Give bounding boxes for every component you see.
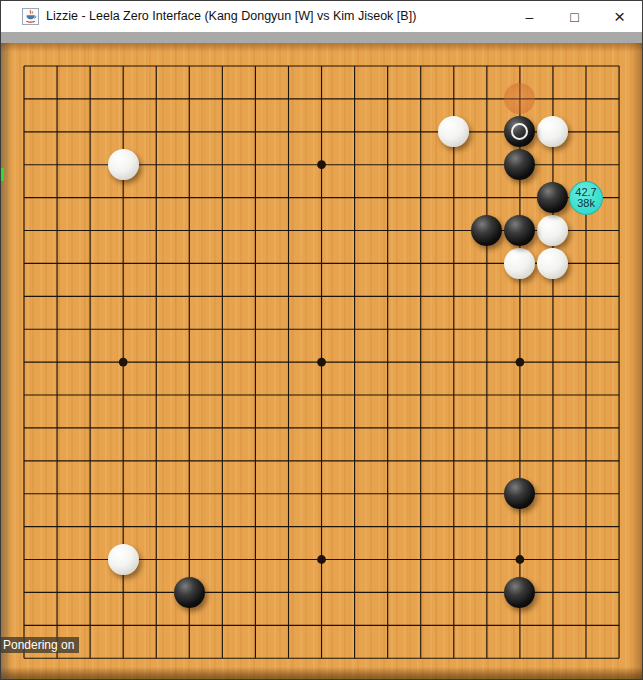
green-edge-artifact bbox=[1, 168, 4, 181]
window-title: Lizzie - Leela Zero Interface (Kang Dong… bbox=[46, 1, 416, 32]
title-bar[interactable]: Lizzie - Leela Zero Interface (Kang Dong… bbox=[1, 1, 642, 32]
star-point bbox=[119, 358, 128, 367]
black-stone bbox=[174, 577, 205, 608]
pondering-status: Pondering on bbox=[1, 637, 79, 653]
star-point bbox=[317, 358, 326, 367]
minimize-button[interactable]: – bbox=[507, 1, 552, 32]
java-cup-icon bbox=[22, 8, 39, 25]
close-button[interactable]: × bbox=[597, 1, 642, 32]
white-stone bbox=[108, 544, 139, 575]
menubar-strip bbox=[1, 32, 642, 43]
white-stone bbox=[108, 149, 139, 180]
last-move-marker bbox=[511, 123, 528, 140]
best-move-badge[interactable]: 42.7 38k bbox=[569, 181, 603, 215]
lizzie-window: Lizzie - Leela Zero Interface (Kang Dong… bbox=[0, 0, 643, 680]
maximize-button[interactable]: □ bbox=[552, 1, 597, 32]
star-point bbox=[317, 555, 326, 564]
star-point bbox=[516, 358, 525, 367]
star-point bbox=[516, 555, 525, 564]
star-point bbox=[317, 160, 326, 169]
go-board[interactable]: 42.7 38k Pondering on bbox=[1, 43, 643, 680]
best-move-visits: 38k bbox=[577, 198, 595, 209]
